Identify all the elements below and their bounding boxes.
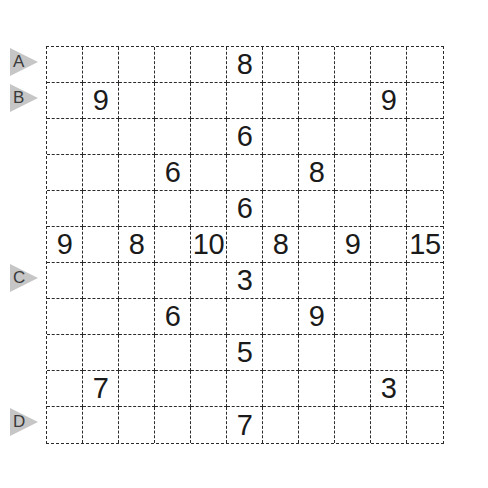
cell-r9c3[interactable] [119, 335, 155, 371]
cell-r3c1[interactable] [47, 119, 83, 155]
cell-r9c1[interactable] [47, 335, 83, 371]
cell-r7c9[interactable] [335, 263, 371, 299]
cell-r2c7[interactable] [263, 83, 299, 119]
cell-r11c7[interactable] [263, 407, 299, 443]
cell-r7c8[interactable] [299, 263, 335, 299]
row-marker-label: C [13, 268, 25, 288]
cell-r10c8[interactable] [299, 371, 335, 407]
cell-r6c10[interactable] [371, 227, 407, 263]
cell-r3c6[interactable]: 6 [227, 119, 263, 155]
row-marker-A: A [10, 48, 38, 76]
cell-r1c5[interactable] [191, 47, 227, 83]
cell-r5c6[interactable]: 6 [227, 191, 263, 227]
cell-r4c6[interactable] [227, 155, 263, 191]
cell-r4c1[interactable] [47, 155, 83, 191]
cell-r4c4[interactable]: 6 [155, 155, 191, 191]
cell-r2c10[interactable]: 9 [371, 83, 407, 119]
cell-r10c3[interactable] [119, 371, 155, 407]
cell-r7c7[interactable] [263, 263, 299, 299]
cell-r11c11[interactable] [407, 407, 443, 443]
cell-r10c9[interactable] [335, 371, 371, 407]
cell-r9c4[interactable] [155, 335, 191, 371]
cell-r2c6[interactable] [227, 83, 263, 119]
cell-r2c1[interactable] [47, 83, 83, 119]
cell-r8c1[interactable] [47, 299, 83, 335]
row-marker-D: D [10, 408, 38, 436]
cell-r5c1[interactable] [47, 191, 83, 227]
cell-r7c6[interactable]: 3 [227, 263, 263, 299]
cell-r11c5[interactable] [191, 407, 227, 443]
cell-r2c8[interactable] [299, 83, 335, 119]
cell-r9c2[interactable] [83, 335, 119, 371]
cell-r1c2[interactable] [83, 47, 119, 83]
cell-r6c3[interactable]: 8 [119, 227, 155, 263]
row-marker-label: A [13, 52, 24, 72]
cell-r11c3[interactable] [119, 407, 155, 443]
cell-r1c6[interactable]: 8 [227, 47, 263, 83]
cell-r8c3[interactable] [119, 299, 155, 335]
cell-r5c10[interactable] [371, 191, 407, 227]
cell-r6c7[interactable]: 8 [263, 227, 299, 263]
cell-r9c7[interactable] [263, 335, 299, 371]
cell-r3c3[interactable] [119, 119, 155, 155]
cell-r8c8[interactable]: 9 [299, 299, 335, 335]
cell-r8c4[interactable]: 6 [155, 299, 191, 335]
cell-r11c2[interactable] [83, 407, 119, 443]
cell-r9c9[interactable] [335, 335, 371, 371]
cell-r11c6[interactable]: 7 [227, 407, 263, 443]
cell-r1c8[interactable] [299, 47, 335, 83]
cell-r1c3[interactable] [119, 47, 155, 83]
cell-r11c1[interactable] [47, 407, 83, 443]
cell-r1c4[interactable] [155, 47, 191, 83]
cell-r3c7[interactable] [263, 119, 299, 155]
cell-r8c5[interactable] [191, 299, 227, 335]
cell-r5c3[interactable] [119, 191, 155, 227]
cell-r4c5[interactable] [191, 155, 227, 191]
cell-r7c3[interactable] [119, 263, 155, 299]
cell-r4c8[interactable]: 8 [299, 155, 335, 191]
row-marker-B: B [10, 84, 38, 112]
cell-r5c8[interactable] [299, 191, 335, 227]
cell-r3c9[interactable] [335, 119, 371, 155]
cell-r2c11[interactable] [407, 83, 443, 119]
cell-r3c8[interactable] [299, 119, 335, 155]
cell-r1c7[interactable] [263, 47, 299, 83]
cell-r3c2[interactable] [83, 119, 119, 155]
cell-r11c8[interactable] [299, 407, 335, 443]
cell-r8c9[interactable] [335, 299, 371, 335]
cell-r3c10[interactable] [371, 119, 407, 155]
cell-r2c9[interactable] [335, 83, 371, 119]
cell-r10c7[interactable] [263, 371, 299, 407]
cell-r7c2[interactable] [83, 263, 119, 299]
row-marker-C: C [10, 264, 38, 292]
cell-r10c10[interactable]: 3 [371, 371, 407, 407]
cell-r5c4[interactable] [155, 191, 191, 227]
cell-r3c4[interactable] [155, 119, 191, 155]
cell-r9c5[interactable] [191, 335, 227, 371]
cell-r9c6[interactable]: 5 [227, 335, 263, 371]
cell-r4c10[interactable] [371, 155, 407, 191]
cell-r6c9[interactable]: 9 [335, 227, 371, 263]
cell-r8c11[interactable] [407, 299, 443, 335]
cell-r10c2[interactable]: 7 [83, 371, 119, 407]
cell-r2c2[interactable]: 9 [83, 83, 119, 119]
cell-r1c9[interactable] [335, 47, 371, 83]
cell-r2c5[interactable] [191, 83, 227, 119]
cell-r4c9[interactable] [335, 155, 371, 191]
cell-r2c3[interactable] [119, 83, 155, 119]
cell-r1c1[interactable] [47, 47, 83, 83]
cell-r7c11[interactable] [407, 263, 443, 299]
cell-r2c4[interactable] [155, 83, 191, 119]
cell-r7c10[interactable] [371, 263, 407, 299]
cell-r10c11[interactable] [407, 371, 443, 407]
cell-r6c6[interactable] [227, 227, 263, 263]
row-marker-label: D [13, 412, 25, 432]
cell-r6c11[interactable]: 15 [407, 227, 443, 263]
cell-r9c8[interactable] [299, 335, 335, 371]
cell-r8c7[interactable] [263, 299, 299, 335]
cell-r10c5[interactable] [191, 371, 227, 407]
cell-r5c5[interactable] [191, 191, 227, 227]
cell-r4c11[interactable] [407, 155, 443, 191]
cell-r3c11[interactable] [407, 119, 443, 155]
cell-r4c7[interactable] [263, 155, 299, 191]
cell-r10c6[interactable] [227, 371, 263, 407]
cell-r6c1[interactable]: 9 [47, 227, 83, 263]
cell-r11c4[interactable] [155, 407, 191, 443]
cell-r1c10[interactable] [371, 47, 407, 83]
cell-r9c10[interactable] [371, 335, 407, 371]
cell-r8c2[interactable] [83, 299, 119, 335]
cell-r4c2[interactable] [83, 155, 119, 191]
cell-r7c5[interactable] [191, 263, 227, 299]
cell-r8c10[interactable] [371, 299, 407, 335]
cell-r4c3[interactable] [119, 155, 155, 191]
cell-r10c4[interactable] [155, 371, 191, 407]
puzzle-stage: ABCD 8996686981089153695737 [0, 0, 488, 488]
cell-r7c1[interactable] [47, 263, 83, 299]
cell-r8c6[interactable] [227, 299, 263, 335]
cell-r5c2[interactable] [83, 191, 119, 227]
cell-r6c5[interactable]: 10 [191, 227, 227, 263]
cell-r1c11[interactable] [407, 47, 443, 83]
cell-r9c11[interactable] [407, 335, 443, 371]
puzzle-board: 8996686981089153695737 [46, 46, 444, 444]
cell-r6c2[interactable] [83, 227, 119, 263]
cell-r10c1[interactable] [47, 371, 83, 407]
cell-r5c7[interactable] [263, 191, 299, 227]
cell-r6c8[interactable] [299, 227, 335, 263]
cell-r6c4[interactable] [155, 227, 191, 263]
cell-r7c4[interactable] [155, 263, 191, 299]
cell-r5c11[interactable] [407, 191, 443, 227]
cell-r3c5[interactable] [191, 119, 227, 155]
cell-r11c10[interactable] [371, 407, 407, 443]
cell-r5c9[interactable] [335, 191, 371, 227]
row-marker-label: B [13, 88, 24, 108]
cell-r11c9[interactable] [335, 407, 371, 443]
